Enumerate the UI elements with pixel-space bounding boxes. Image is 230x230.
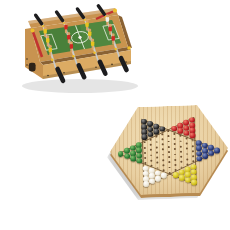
board-hole [163, 169, 165, 171]
board-hole [156, 146, 158, 148]
product-collage [0, 0, 230, 230]
marble-black [159, 126, 165, 132]
board-hole [168, 156, 170, 158]
foosball-ball [78, 36, 81, 39]
board-hole [162, 149, 164, 151]
board-hole [168, 146, 170, 148]
board-hole [180, 140, 182, 142]
board-hole [174, 164, 176, 166]
board-cells [108, 104, 229, 196]
board-hole [150, 149, 152, 151]
board-hole [144, 147, 146, 149]
board-hole [167, 130, 169, 132]
marble-yellow [191, 179, 197, 185]
board-hole [186, 153, 188, 155]
board-hole [144, 162, 146, 164]
board-hole [168, 151, 170, 153]
board-hole [186, 143, 188, 145]
board-hole [168, 161, 170, 163]
board-hole [180, 161, 182, 163]
marble-white [161, 173, 167, 179]
board-hole [156, 141, 158, 143]
board-hole [192, 140, 194, 142]
marble-green [136, 158, 142, 164]
foosball-ball-return-hole [29, 63, 36, 72]
board-hole [161, 138, 163, 140]
board-hole [162, 154, 164, 156]
foosball-knob-right-near [127, 46, 131, 50]
board-hole [174, 148, 176, 150]
board-hole [150, 144, 152, 146]
board-hole [173, 133, 175, 135]
board-hole [193, 161, 195, 163]
board-hole [169, 167, 171, 169]
board-hole [150, 165, 152, 167]
chinese-checkers-board [106, 102, 230, 202]
board-hole [187, 163, 189, 165]
board-hole [174, 138, 176, 140]
marble-blue [214, 147, 220, 153]
board-hole [180, 135, 182, 137]
board-hole [143, 142, 145, 144]
board-hole [186, 148, 188, 150]
board-hole [161, 133, 163, 135]
board-hole [162, 164, 164, 166]
board-hole [162, 159, 164, 161]
board-hole [156, 162, 158, 164]
board-hole [175, 169, 177, 171]
board-hole [156, 151, 158, 153]
board-hole [156, 167, 158, 169]
board-hole [144, 152, 146, 154]
board-hole [174, 143, 176, 145]
foosball-shadow [22, 79, 138, 93]
foosball-knob-right-far [113, 9, 117, 13]
board-hole [186, 158, 188, 160]
board-hole [168, 141, 170, 143]
board-hole [174, 159, 176, 161]
board-hole [174, 153, 176, 155]
board-hole [180, 145, 182, 147]
foosball-knob-left [31, 29, 35, 33]
board-hole [150, 159, 152, 161]
marble-red [190, 133, 196, 139]
board-hole [167, 135, 169, 137]
board-hole [192, 155, 194, 157]
board-hole [149, 139, 151, 141]
board-hole [155, 136, 157, 138]
board-hole [169, 172, 171, 174]
board-hole [192, 145, 194, 147]
board-hole [192, 150, 194, 152]
board-hole [186, 137, 188, 139]
board-hole [144, 157, 146, 159]
board-hole [150, 154, 152, 156]
board-hole [180, 151, 182, 153]
board-hole [180, 156, 182, 158]
board-hole [162, 143, 164, 145]
board-hole [156, 157, 158, 159]
board-hole [181, 166, 183, 168]
